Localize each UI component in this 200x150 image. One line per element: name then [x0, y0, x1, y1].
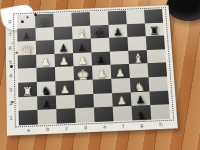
- square-b8[interactable]: ♛: [35, 14, 54, 28]
- square-b3[interactable]: ♞: [37, 81, 56, 96]
- square-f6[interactable]: [109, 37, 128, 51]
- square-g1[interactable]: ♞: [132, 105, 152, 120]
- square-d4[interactable]: ♚: [74, 66, 93, 81]
- square-h1[interactable]: [150, 104, 170, 119]
- board-grid: ♛♟♝♚♟♜♛♟♟♟♟♟♟♝♚♟♟♜♞♟♞♟♟♟♞: [17, 9, 170, 125]
- square-d6[interactable]: ♟: [72, 39, 91, 53]
- square-h2[interactable]: [149, 90, 169, 105]
- rank-label-4: 4: [9, 74, 12, 79]
- square-b7[interactable]: [35, 27, 54, 41]
- square-f5[interactable]: [110, 51, 129, 65]
- square-g8[interactable]: [126, 10, 145, 24]
- file-label-e: e: [103, 124, 106, 129]
- file-label-g: g: [140, 123, 143, 128]
- square-b6[interactable]: [36, 40, 55, 54]
- file-label-c: c: [65, 126, 68, 131]
- square-d7[interactable]: ♝: [72, 25, 91, 39]
- rank-label-1: 1: [10, 116, 13, 121]
- square-d1[interactable]: [75, 108, 94, 123]
- square-e3[interactable]: [93, 79, 112, 94]
- square-c2[interactable]: [56, 94, 75, 109]
- square-d5[interactable]: ♟: [73, 52, 92, 66]
- file-label-h: h: [159, 122, 162, 127]
- square-g7[interactable]: [127, 23, 146, 37]
- square-e5[interactable]: ♟: [91, 51, 110, 65]
- square-a1[interactable]: [19, 110, 38, 125]
- square-d8[interactable]: [71, 12, 90, 26]
- ink-speck: [11, 101, 13, 103]
- square-b5[interactable]: ♟: [36, 54, 55, 68]
- square-c1[interactable]: [56, 108, 75, 123]
- square-c7[interactable]: [54, 26, 73, 40]
- rank-label-3: 3: [9, 88, 12, 93]
- square-a4[interactable]: [18, 68, 37, 83]
- ink-speck: [19, 35, 20, 36]
- square-g5[interactable]: ♝: [128, 50, 147, 64]
- square-g4[interactable]: [129, 63, 148, 78]
- square-f2[interactable]: ♟: [112, 92, 132, 107]
- square-c3[interactable]: ♟: [55, 80, 74, 95]
- square-c8[interactable]: [53, 13, 72, 27]
- square-e7[interactable]: ♚: [90, 25, 109, 39]
- square-g2[interactable]: ♟: [131, 91, 151, 106]
- rank-label-8: 8: [8, 20, 11, 25]
- photo-scene: 87654321 ♛♟♝♚♟♜♛♟♟♟♟♟♟♝♚♟♟♜♞♟♞♟♟♟♞ abcde…: [0, 0, 200, 150]
- square-c6[interactable]: ♟: [54, 39, 73, 53]
- square-b4[interactable]: [36, 67, 55, 82]
- ink-speck: [12, 43, 13, 44]
- square-g6[interactable]: [127, 36, 146, 50]
- square-f3[interactable]: [111, 78, 130, 93]
- square-d2[interactable]: [75, 94, 94, 109]
- square-c5[interactable]: ♟: [55, 53, 74, 67]
- square-e8[interactable]: [90, 11, 109, 25]
- square-h8[interactable]: [144, 9, 163, 23]
- square-a5[interactable]: [18, 54, 37, 68]
- file-label-b: b: [46, 127, 49, 132]
- square-e4[interactable]: ♟: [92, 65, 111, 80]
- square-a3[interactable]: ♜: [18, 82, 37, 97]
- square-h4[interactable]: [148, 63, 167, 78]
- square-b2[interactable]: ♟: [37, 95, 56, 110]
- file-label-f: f: [122, 123, 124, 128]
- square-e6[interactable]: [91, 38, 110, 52]
- square-f8[interactable]: [108, 11, 127, 25]
- piece-black-knight[interactable]: ♞: [132, 109, 152, 122]
- square-f4[interactable]: ♟: [111, 64, 130, 79]
- square-d3[interactable]: [74, 80, 93, 95]
- file-label-a: a: [27, 128, 30, 133]
- square-b1[interactable]: [37, 109, 56, 124]
- square-h3[interactable]: [148, 76, 168, 91]
- rank-label-6: 6: [9, 46, 12, 51]
- square-a2[interactable]: [18, 96, 37, 111]
- square-c4[interactable]: [55, 67, 74, 82]
- square-h7[interactable]: ♜: [145, 22, 164, 36]
- square-a6[interactable]: ♛: [17, 41, 36, 55]
- square-g3[interactable]: ♞: [130, 77, 150, 92]
- chess-board: 87654321 ♛♟♝♚♟♜♛♟♟♟♟♟♟♝♚♟♟♜♞♟♞♟♟♟♞ abcde…: [5, 5, 177, 135]
- square-f7[interactable]: ♟: [108, 24, 127, 38]
- rank-labels: 87654321: [8, 15, 13, 125]
- rank-label-7: 7: [9, 33, 12, 38]
- square-e1[interactable]: [94, 107, 114, 122]
- board-margin: 87654321 ♛♟♝♚♟♜♛♟♟♟♟♟♟♝♚♟♟♜♞♟♞♟♟♟♞ abcde…: [5, 5, 177, 135]
- ink-speck: [14, 86, 15, 87]
- square-h5[interactable]: [147, 49, 166, 63]
- square-f1[interactable]: [113, 106, 133, 121]
- square-e2[interactable]: [93, 93, 112, 108]
- square-h6[interactable]: [146, 36, 165, 50]
- ink-speck: [10, 65, 13, 68]
- file-label-d: d: [84, 125, 87, 130]
